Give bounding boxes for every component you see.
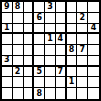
empty-cell-r7c3[interactable] — [24, 67, 35, 78]
empty-cell-r3c6[interactable] — [56, 24, 67, 35]
empty-cell-r5c6[interactable] — [56, 45, 67, 56]
empty-cell-r7c9[interactable] — [88, 67, 99, 78]
empty-cell-r8c6[interactable] — [56, 77, 67, 88]
empty-cell-r5c5[interactable] — [45, 45, 56, 56]
empty-cell-r6c4[interactable] — [34, 56, 45, 67]
given-cell-r4c5: 1 — [45, 34, 56, 45]
empty-cell-r7c1[interactable] — [2, 67, 13, 78]
empty-cell-r1c4[interactable] — [34, 2, 45, 13]
empty-cell-r9c9[interactable] — [88, 88, 99, 99]
given-cell-r5c7: 8 — [67, 45, 78, 56]
empty-cell-r3c2[interactable] — [13, 24, 24, 35]
empty-cell-r2c1[interactable] — [2, 13, 13, 24]
empty-cell-r7c8[interactable] — [77, 67, 88, 78]
empty-cell-r5c1[interactable] — [2, 45, 13, 56]
sudoku-board: 98362141487325718 — [0, 0, 101, 101]
given-cell-r7c6: 7 — [56, 67, 67, 78]
empty-cell-r4c2[interactable] — [13, 34, 24, 45]
empty-cell-r8c9[interactable] — [88, 77, 99, 88]
empty-cell-r5c4[interactable] — [34, 45, 45, 56]
given-cell-r3c9: 4 — [88, 24, 99, 35]
empty-cell-r6c2[interactable] — [13, 56, 24, 67]
empty-cell-r6c8[interactable] — [77, 56, 88, 67]
empty-cell-r2c9[interactable] — [88, 13, 99, 24]
given-cell-r7c4: 5 — [34, 67, 45, 78]
empty-cell-r8c1[interactable] — [2, 77, 13, 88]
empty-cell-r4c7[interactable] — [67, 34, 78, 45]
empty-cell-r5c3[interactable] — [24, 45, 35, 56]
empty-cell-r3c5[interactable] — [45, 24, 56, 35]
given-cell-r2c4: 6 — [34, 13, 45, 24]
empty-cell-r1c7[interactable] — [67, 2, 78, 13]
empty-cell-r4c3[interactable] — [24, 34, 35, 45]
empty-cell-r1c9[interactable] — [88, 2, 99, 13]
empty-cell-r7c7[interactable] — [67, 67, 78, 78]
empty-cell-r4c8[interactable] — [77, 34, 88, 45]
empty-cell-r9c6[interactable] — [56, 88, 67, 99]
empty-cell-r1c3[interactable] — [24, 2, 35, 13]
given-cell-r5c8: 7 — [77, 45, 88, 56]
empty-cell-r3c8[interactable] — [77, 24, 88, 35]
given-cell-r1c2: 8 — [13, 2, 24, 13]
empty-cell-r5c9[interactable] — [88, 45, 99, 56]
empty-cell-r9c7[interactable] — [67, 88, 78, 99]
given-cell-r3c1: 1 — [2, 24, 13, 35]
empty-cell-r4c9[interactable] — [88, 34, 99, 45]
empty-cell-r6c7[interactable] — [67, 56, 78, 67]
given-cell-r9c4: 8 — [34, 88, 45, 99]
given-cell-r2c8: 2 — [77, 13, 88, 24]
empty-cell-r1c8[interactable] — [77, 2, 88, 13]
empty-cell-r3c3[interactable] — [24, 24, 35, 35]
empty-cell-r8c8[interactable] — [77, 77, 88, 88]
empty-cell-r9c1[interactable] — [2, 88, 13, 99]
given-cell-r1c5: 3 — [45, 2, 56, 13]
empty-cell-r5c2[interactable] — [13, 45, 24, 56]
empty-cell-r2c5[interactable] — [45, 13, 56, 24]
empty-cell-r9c5[interactable] — [45, 88, 56, 99]
empty-cell-r6c6[interactable] — [56, 56, 67, 67]
empty-cell-r1c6[interactable] — [56, 2, 67, 13]
empty-cell-r4c4[interactable] — [34, 34, 45, 45]
empty-cell-r2c3[interactable] — [24, 13, 35, 24]
empty-cell-r8c4[interactable] — [34, 77, 45, 88]
empty-cell-r8c5[interactable] — [45, 77, 56, 88]
given-cell-r6c1: 3 — [2, 56, 13, 67]
empty-cell-r6c3[interactable] — [24, 56, 35, 67]
empty-cell-r6c5[interactable] — [45, 56, 56, 67]
empty-cell-r3c7[interactable] — [67, 24, 78, 35]
empty-cell-r9c3[interactable] — [24, 88, 35, 99]
given-cell-r1c1: 9 — [2, 2, 13, 13]
given-cell-r4c6: 4 — [56, 34, 67, 45]
empty-cell-r7c5[interactable] — [45, 67, 56, 78]
empty-cell-r2c2[interactable] — [13, 13, 24, 24]
empty-cell-r3c4[interactable] — [34, 24, 45, 35]
empty-cell-r8c2[interactable] — [13, 77, 24, 88]
empty-cell-r2c6[interactable] — [56, 13, 67, 24]
given-cell-r8c7: 1 — [67, 77, 78, 88]
empty-cell-r9c2[interactable] — [13, 88, 24, 99]
empty-cell-r6c9[interactable] — [88, 56, 99, 67]
empty-cell-r4c1[interactable] — [2, 34, 13, 45]
empty-cell-r8c3[interactable] — [24, 77, 35, 88]
given-cell-r7c2: 2 — [13, 67, 24, 78]
empty-cell-r9c8[interactable] — [77, 88, 88, 99]
empty-cell-r2c7[interactable] — [67, 13, 78, 24]
